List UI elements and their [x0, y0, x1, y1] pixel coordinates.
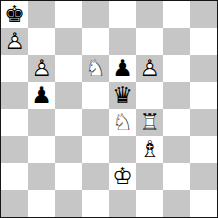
square-d3[interactable] — [82, 136, 109, 163]
square-e4[interactable]: ♞♘ — [109, 109, 136, 136]
square-b5[interactable]: ♟ — [28, 82, 55, 109]
square-h7[interactable] — [190, 28, 217, 55]
square-e1[interactable] — [109, 190, 136, 217]
square-g4[interactable] — [163, 109, 190, 136]
square-d2[interactable] — [82, 163, 109, 190]
square-h6[interactable] — [190, 55, 217, 82]
square-b8[interactable] — [28, 1, 55, 28]
black-pawn: ♟ — [112, 55, 133, 82]
white-rook-fill: ♜ — [139, 109, 160, 136]
black-pawn: ♟ — [31, 82, 52, 109]
square-d6[interactable]: ♞♘ — [82, 55, 109, 82]
square-g3[interactable] — [163, 136, 190, 163]
square-d7[interactable] — [82, 28, 109, 55]
square-h1[interactable] — [190, 190, 217, 217]
white-knight: ♞♘ — [112, 109, 133, 136]
square-b4[interactable] — [28, 109, 55, 136]
square-b6[interactable]: ♟♙ — [28, 55, 55, 82]
square-b3[interactable] — [28, 136, 55, 163]
square-g1[interactable] — [163, 190, 190, 217]
black-queen: ♛ — [112, 82, 133, 109]
white-king-fill: ♚ — [112, 163, 133, 190]
square-a3[interactable] — [1, 136, 28, 163]
black-king: ♚ — [4, 1, 25, 28]
square-f8[interactable] — [136, 1, 163, 28]
white-pawn: ♟♙ — [31, 55, 52, 82]
white-king: ♚♔ — [112, 163, 133, 190]
square-c6[interactable] — [55, 55, 82, 82]
square-f4[interactable]: ♜♖ — [136, 109, 163, 136]
square-c8[interactable] — [55, 1, 82, 28]
square-d4[interactable] — [82, 109, 109, 136]
square-c2[interactable] — [55, 163, 82, 190]
square-e7[interactable] — [109, 28, 136, 55]
white-knight-fill: ♞ — [112, 109, 133, 136]
white-knight: ♞♘ — [85, 55, 106, 82]
square-a7[interactable]: ♟♙ — [1, 28, 28, 55]
white-bishop-fill: ♝ — [139, 136, 160, 163]
white-bishop: ♝♗ — [139, 136, 160, 163]
square-e3[interactable] — [109, 136, 136, 163]
square-g8[interactable] — [163, 1, 190, 28]
square-g2[interactable] — [163, 163, 190, 190]
square-e2[interactable]: ♚♔ — [109, 163, 136, 190]
square-c4[interactable] — [55, 109, 82, 136]
square-f2[interactable] — [136, 163, 163, 190]
square-h4[interactable] — [190, 109, 217, 136]
square-h8[interactable] — [190, 1, 217, 28]
white-pawn-fill: ♟ — [4, 28, 25, 55]
square-b2[interactable] — [28, 163, 55, 190]
square-e8[interactable] — [109, 1, 136, 28]
square-h2[interactable] — [190, 163, 217, 190]
square-f5[interactable] — [136, 82, 163, 109]
square-h5[interactable] — [190, 82, 217, 109]
square-c5[interactable] — [55, 82, 82, 109]
square-b7[interactable] — [28, 28, 55, 55]
square-f1[interactable] — [136, 190, 163, 217]
white-pawn-fill: ♟ — [31, 55, 52, 82]
white-pawn: ♟♙ — [139, 55, 160, 82]
white-rook: ♜♖ — [139, 109, 160, 136]
chess-board: ♚♟♙♟♙♞♘♟♟♙♟♛♞♘♜♖♝♗♚♔ — [0, 0, 218, 218]
white-pawn: ♟♙ — [4, 28, 25, 55]
square-b1[interactable] — [28, 190, 55, 217]
square-f3[interactable]: ♝♗ — [136, 136, 163, 163]
square-a2[interactable] — [1, 163, 28, 190]
square-c1[interactable] — [55, 190, 82, 217]
white-pawn-fill: ♟ — [139, 55, 160, 82]
white-knight-fill: ♞ — [85, 55, 106, 82]
square-g5[interactable] — [163, 82, 190, 109]
square-d8[interactable] — [82, 1, 109, 28]
square-g6[interactable] — [163, 55, 190, 82]
square-c7[interactable] — [55, 28, 82, 55]
square-f6[interactable]: ♟♙ — [136, 55, 163, 82]
square-e5[interactable]: ♛ — [109, 82, 136, 109]
square-g7[interactable] — [163, 28, 190, 55]
square-c3[interactable] — [55, 136, 82, 163]
square-a6[interactable] — [1, 55, 28, 82]
square-a8[interactable]: ♚ — [1, 1, 28, 28]
square-h3[interactable] — [190, 136, 217, 163]
square-f7[interactable] — [136, 28, 163, 55]
square-a1[interactable] — [1, 190, 28, 217]
square-d5[interactable] — [82, 82, 109, 109]
square-a4[interactable] — [1, 109, 28, 136]
square-a5[interactable] — [1, 82, 28, 109]
square-d1[interactable] — [82, 190, 109, 217]
square-e6[interactable]: ♟ — [109, 55, 136, 82]
